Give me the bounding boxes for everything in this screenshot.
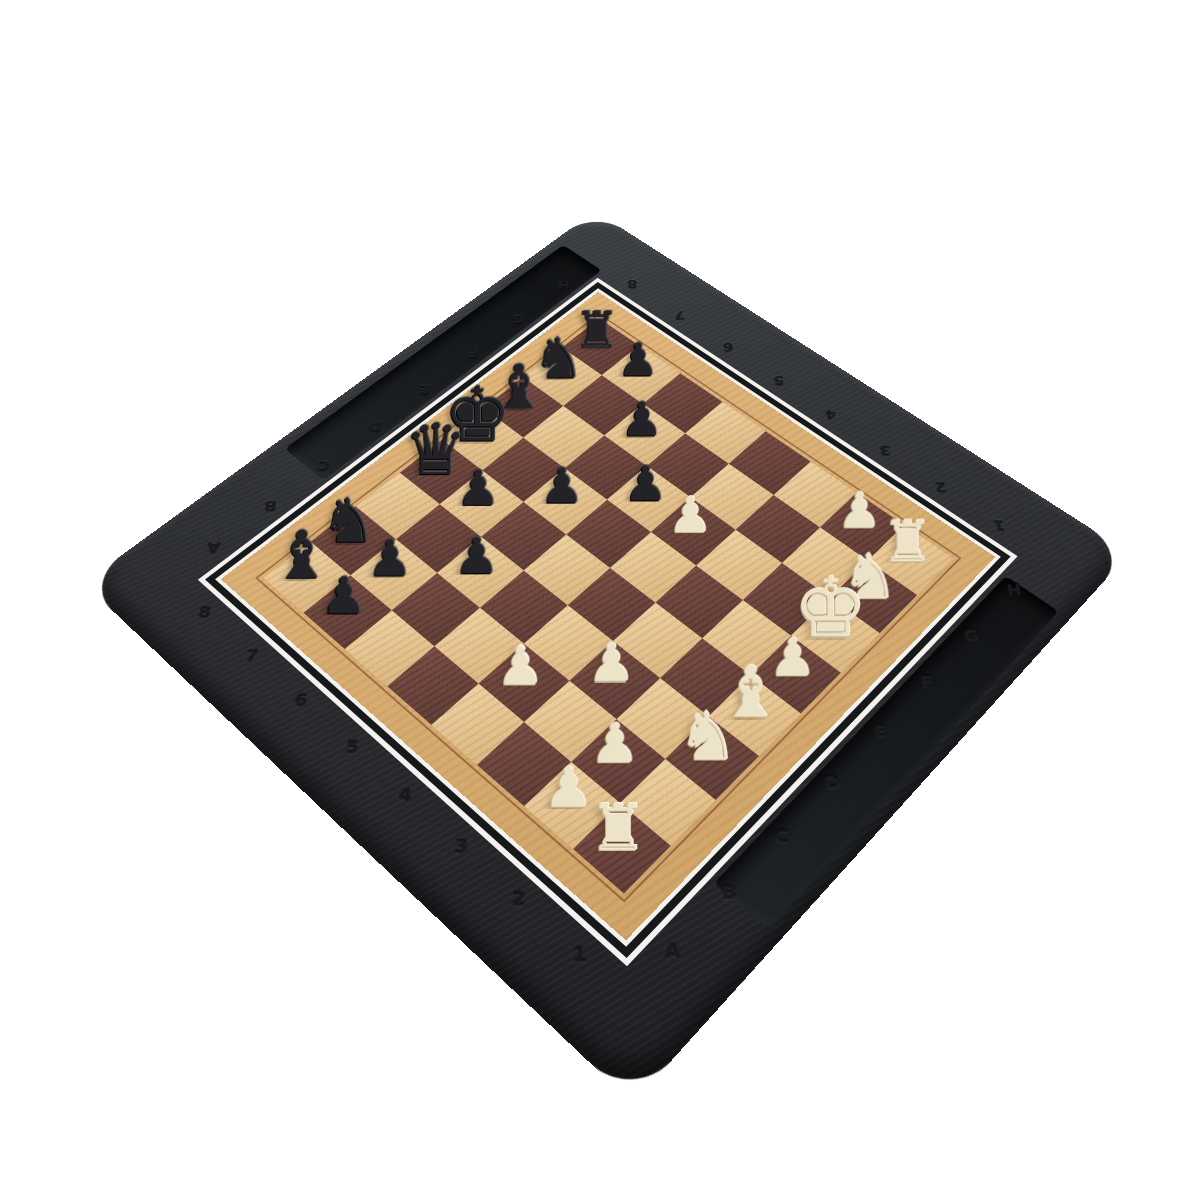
rank-label: 4 [398, 786, 413, 806]
piece-black-pawn[interactable]: ♟ [621, 396, 663, 443]
piece-black-pawn[interactable]: ♟ [454, 531, 499, 581]
piece-black-pawn[interactable]: ♟ [321, 570, 367, 621]
file-label: G [512, 313, 525, 326]
file-label: F [467, 347, 478, 360]
piece-white-pawn[interactable]: ♟ [590, 716, 639, 771]
photo-scene: HGFEDCBA HGFEDCBA 87654321 87654321 ♜♟♟♜… [0, 0, 1200, 1200]
file-label: D [824, 773, 841, 793]
file-label: C [774, 826, 790, 847]
piece-white-rook[interactable]: ♜ [589, 795, 647, 860]
file-label: D [368, 419, 383, 433]
rank-label: 1 [992, 517, 1007, 533]
file-label: H [557, 280, 570, 292]
piece-white-pawn[interactable]: ♟ [497, 639, 544, 692]
piece-black-pawn[interactable]: ♟ [618, 337, 659, 383]
piece-black-pawn[interactable]: ♟ [540, 461, 583, 509]
piece-white-knight[interactable]: ♞ [677, 702, 738, 770]
piece-white-pawn[interactable]: ♟ [668, 490, 712, 539]
rank-label: 3 [878, 443, 891, 458]
rank-label: 7 [674, 309, 685, 322]
piece-white-pawn[interactable]: ♟ [837, 486, 881, 535]
piece-white-pawn[interactable]: ♟ [543, 759, 593, 815]
piece-white-pawn[interactable]: ♟ [588, 636, 635, 689]
piece-black-pawn[interactable]: ♟ [456, 463, 500, 512]
piece-black-pawn[interactable]: ♟ [368, 533, 413, 583]
file-label: C [317, 458, 331, 473]
file-label: A [665, 940, 681, 963]
rank-label: 8 [627, 278, 637, 290]
piece-black-pawn[interactable]: ♟ [624, 459, 667, 507]
